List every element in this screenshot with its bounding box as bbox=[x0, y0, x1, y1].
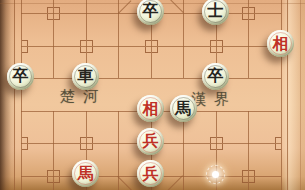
piece-glyph: 卒 bbox=[208, 68, 224, 84]
piece-black-pawn[interactable]: 卒 bbox=[137, 0, 164, 25]
piece-black-pawn[interactable]: 卒 bbox=[202, 63, 229, 90]
piece-black-pawn[interactable]: 卒 bbox=[7, 63, 34, 90]
xiangqi-board: 楚河 漢界 卒士相卒車卒相馬兵馬兵 bbox=[0, 0, 305, 190]
piece-glyph: 卒 bbox=[13, 68, 29, 84]
pieces-layer: 卒士相卒車卒相馬兵馬兵 bbox=[4, 0, 297, 190]
move-target-dot[interactable] bbox=[206, 165, 225, 184]
piece-glyph: 兵 bbox=[143, 133, 159, 149]
piece-glyph: 相 bbox=[273, 35, 289, 51]
piece-black-chariot[interactable]: 車 bbox=[72, 63, 99, 90]
piece-red-elephant[interactable]: 相 bbox=[267, 30, 294, 57]
piece-red-pawn[interactable]: 兵 bbox=[137, 128, 164, 155]
piece-glyph: 馬 bbox=[175, 100, 191, 116]
piece-glyph: 卒 bbox=[143, 3, 159, 19]
piece-black-advisor[interactable]: 士 bbox=[202, 0, 229, 25]
piece-glyph: 馬 bbox=[78, 165, 94, 181]
move-target-dot-core bbox=[212, 171, 219, 178]
piece-glyph: 士 bbox=[208, 3, 224, 19]
piece-glyph: 相 bbox=[143, 100, 159, 116]
piece-glyph: 兵 bbox=[143, 165, 159, 181]
piece-red-horse[interactable]: 馬 bbox=[72, 160, 99, 187]
piece-black-horse[interactable]: 馬 bbox=[170, 95, 197, 122]
piece-red-pawn[interactable]: 兵 bbox=[137, 160, 164, 187]
piece-red-elephant[interactable]: 相 bbox=[137, 95, 164, 122]
piece-glyph: 車 bbox=[78, 68, 94, 84]
